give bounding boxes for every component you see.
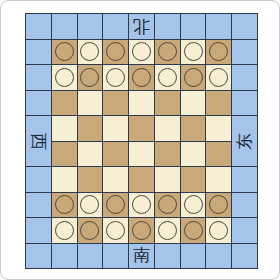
cell-2-8 [232, 65, 257, 90]
piece[interactable] [209, 195, 228, 214]
cell-3-8 [232, 91, 257, 116]
cell-5-6[interactable] [181, 142, 206, 167]
cell-5-1[interactable] [52, 142, 77, 167]
cell-7-4[interactable] [129, 193, 154, 218]
cell-1-3[interactable] [103, 40, 128, 65]
cell-2-2[interactable] [78, 65, 103, 90]
cell-3-0 [26, 91, 51, 116]
cell-8-0 [26, 218, 51, 243]
cell-6-0 [26, 167, 51, 192]
piece[interactable] [184, 42, 203, 61]
cell-9-1 [52, 244, 77, 269]
piece[interactable] [184, 68, 203, 87]
cell-4-1[interactable] [52, 116, 77, 141]
cell-6-2[interactable] [78, 167, 103, 192]
cell-3-3[interactable] [103, 91, 128, 116]
cell-3-1[interactable] [52, 91, 77, 116]
cell-4-5[interactable] [155, 116, 180, 141]
cell-8-5[interactable] [155, 218, 180, 243]
cell-5-7[interactable] [206, 142, 231, 167]
cell-5-3[interactable] [103, 142, 128, 167]
cell-4-8: 东 [232, 116, 257, 166]
piece[interactable] [209, 68, 228, 87]
cell-9-0 [26, 244, 51, 269]
piece[interactable] [55, 42, 74, 61]
cell-7-6[interactable] [181, 193, 206, 218]
cell-0-6 [181, 14, 206, 39]
cell-2-5[interactable] [155, 65, 180, 90]
cell-5-5[interactable] [155, 142, 180, 167]
cell-0-3 [103, 14, 128, 39]
piece[interactable] [80, 42, 99, 61]
cell-1-6[interactable] [181, 40, 206, 65]
cell-1-2[interactable] [78, 40, 103, 65]
cell-8-1[interactable] [52, 218, 77, 243]
cell-7-3[interactable] [103, 193, 128, 218]
cell-8-7[interactable] [206, 218, 231, 243]
cell-8-6[interactable] [181, 218, 206, 243]
piece[interactable] [158, 195, 177, 214]
cell-6-7[interactable] [206, 167, 231, 192]
piece[interactable] [106, 42, 125, 61]
cell-6-8 [232, 167, 257, 192]
cell-9-8 [232, 244, 257, 269]
cell-1-0 [26, 40, 51, 65]
piece[interactable] [80, 195, 99, 214]
piece[interactable] [132, 195, 151, 214]
cell-9-3 [103, 244, 128, 269]
piece[interactable] [184, 221, 203, 240]
cell-7-2[interactable] [78, 193, 103, 218]
cell-6-3[interactable] [103, 167, 128, 192]
cell-8-4[interactable] [129, 218, 154, 243]
cell-7-5[interactable] [155, 193, 180, 218]
cell-1-7[interactable] [206, 40, 231, 65]
cell-3-5[interactable] [155, 91, 180, 116]
cell-4-3[interactable] [103, 116, 128, 141]
cell-7-0 [26, 193, 51, 218]
cell-1-8 [232, 40, 257, 65]
label-south: 南 [133, 247, 150, 264]
cell-2-0 [26, 65, 51, 90]
cell-7-1[interactable] [52, 193, 77, 218]
label-east: 东 [236, 133, 253, 150]
cell-6-6[interactable] [181, 167, 206, 192]
piece[interactable] [80, 221, 99, 240]
cell-2-6[interactable] [181, 65, 206, 90]
piece[interactable] [80, 68, 99, 87]
label-north: 北 [133, 18, 150, 35]
cell-9-2 [78, 244, 103, 269]
cell-1-4[interactable] [129, 40, 154, 65]
cell-3-2[interactable] [78, 91, 103, 116]
cell-4-6[interactable] [181, 116, 206, 141]
piece[interactable] [106, 221, 125, 240]
cell-3-6[interactable] [181, 91, 206, 116]
cell-2-7[interactable] [206, 65, 231, 90]
cell-0-1 [52, 14, 77, 39]
cell-6-4[interactable] [129, 167, 154, 192]
cell-8-3[interactable] [103, 218, 128, 243]
piece[interactable] [132, 221, 151, 240]
cell-9-4: 南 [129, 244, 154, 269]
label-west: 西 [30, 133, 47, 150]
piece[interactable] [132, 68, 151, 87]
cell-4-4[interactable] [129, 116, 154, 141]
cell-5-2[interactable] [78, 142, 103, 167]
cell-0-7 [206, 14, 231, 39]
cell-8-8 [232, 218, 257, 243]
cell-0-8 [232, 14, 257, 39]
cell-0-5 [155, 14, 180, 39]
cell-7-8 [232, 193, 257, 218]
cell-8-2[interactable] [78, 218, 103, 243]
cell-4-0: 西 [26, 116, 51, 166]
board: 北西东南 [25, 13, 258, 269]
cell-0-2 [78, 14, 103, 39]
piece[interactable] [106, 68, 125, 87]
piece[interactable] [132, 42, 151, 61]
cell-3-7[interactable] [206, 91, 231, 116]
cell-0-0 [26, 14, 51, 39]
piece[interactable] [55, 195, 74, 214]
cell-4-7[interactable] [206, 116, 231, 141]
cell-4-2[interactable] [78, 116, 103, 141]
cell-3-4[interactable] [129, 91, 154, 116]
piece[interactable] [106, 195, 125, 214]
cell-0-4: 北 [129, 14, 154, 39]
piece[interactable] [55, 221, 74, 240]
piece[interactable] [209, 42, 228, 61]
cell-1-1[interactable] [52, 40, 77, 65]
cell-5-4[interactable] [129, 142, 154, 167]
piece[interactable] [158, 42, 177, 61]
cell-2-3[interactable] [103, 65, 128, 90]
cell-6-1[interactable] [52, 167, 77, 192]
piece[interactable] [209, 221, 228, 240]
cell-9-7 [206, 244, 231, 269]
cell-7-7[interactable] [206, 193, 231, 218]
cell-9-5 [155, 244, 180, 269]
cell-2-4[interactable] [129, 65, 154, 90]
piece[interactable] [158, 221, 177, 240]
cell-6-5[interactable] [155, 167, 180, 192]
cell-2-1[interactable] [52, 65, 77, 90]
piece[interactable] [184, 195, 203, 214]
cell-9-6 [181, 244, 206, 269]
cell-1-5[interactable] [155, 40, 180, 65]
piece[interactable] [158, 68, 177, 87]
piece[interactable] [55, 68, 74, 87]
